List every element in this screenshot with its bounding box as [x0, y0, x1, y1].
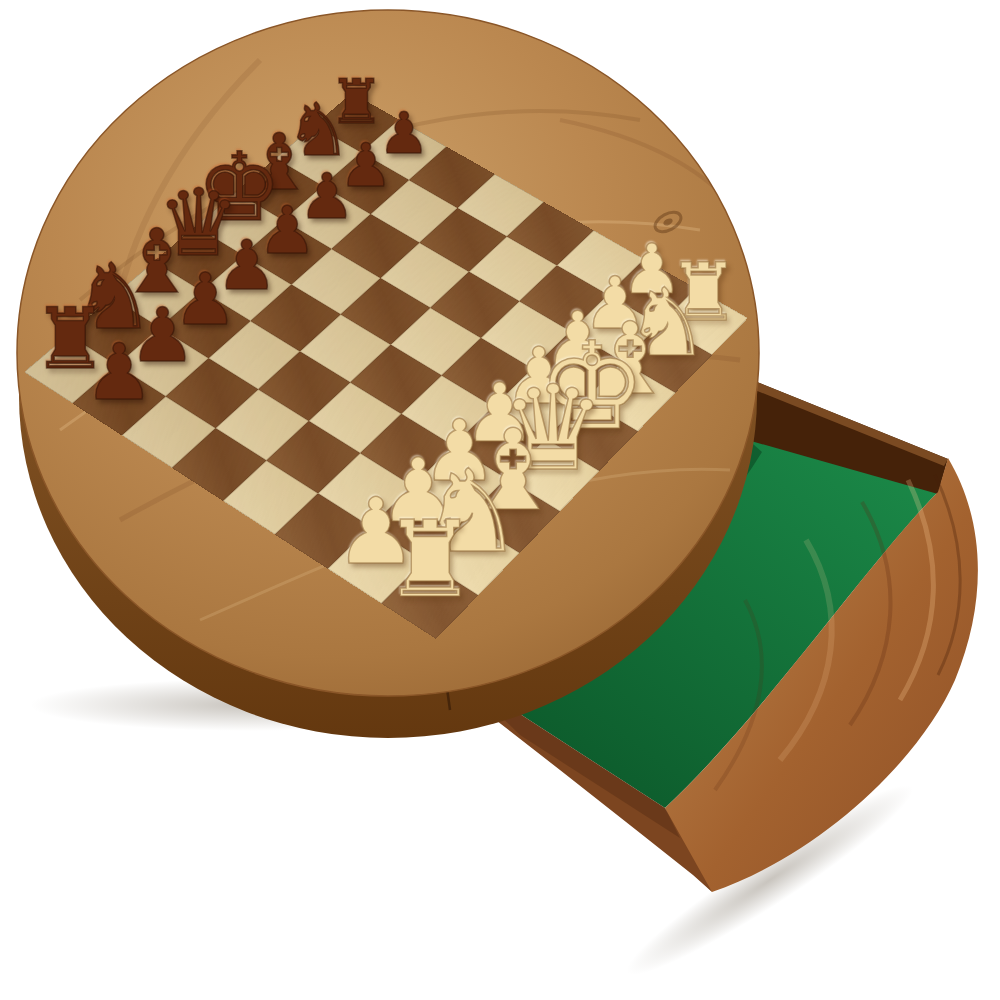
product-photo-round-chess-set: ♜♞♝♛♚♝♞♜♟♟♟♟♟♟♟♟♟♟♟♟♟♟♟♟♜♞♝♛♚♝♞♜	[0, 0, 1000, 1000]
